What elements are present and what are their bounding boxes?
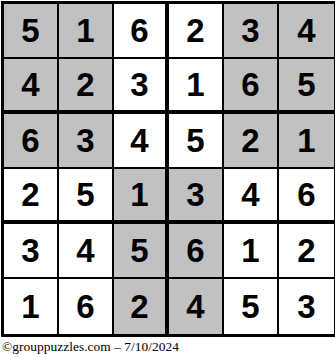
- cell-r3c1: 6: [4, 114, 59, 169]
- cell-r3c3: 4: [114, 114, 169, 169]
- cell-r4c5: 4: [224, 169, 279, 224]
- cell-r6c5: 5: [224, 279, 279, 334]
- cell-r5c4: 6: [169, 224, 224, 279]
- cell-r1c2: 1: [59, 4, 114, 59]
- cell-r2c3: 3: [114, 59, 169, 114]
- cell-r1c3: 6: [114, 4, 169, 59]
- cell-r4c1: 2: [4, 169, 59, 224]
- cell-r3c4: 5: [169, 114, 224, 169]
- cell-r5c6: 2: [279, 224, 334, 279]
- cell-r2c1: 4: [4, 59, 59, 114]
- cell-r5c3: 5: [114, 224, 169, 279]
- cell-r2c2: 2: [59, 59, 114, 114]
- cell-r1c4: 2: [169, 4, 224, 59]
- cell-r5c1: 3: [4, 224, 59, 279]
- cell-r6c2: 6: [59, 279, 114, 334]
- copyright-credit: ©grouppuzzles.com – 7/10/2024: [2, 339, 179, 355]
- cell-r6c1: 1: [4, 279, 59, 334]
- cell-r4c6: 6: [279, 169, 334, 224]
- cell-r6c3: 2: [114, 279, 169, 334]
- cell-r5c5: 1: [224, 224, 279, 279]
- sudoku-board: 516234423165634521251346345612162453: [1, 1, 335, 337]
- cell-r6c6: 3: [279, 279, 334, 334]
- cell-r3c2: 3: [59, 114, 114, 169]
- cell-r1c6: 4: [279, 4, 334, 59]
- cell-r3c5: 2: [224, 114, 279, 169]
- cell-r2c6: 5: [279, 59, 334, 114]
- cell-r3c6: 1: [279, 114, 334, 169]
- cell-r5c2: 4: [59, 224, 114, 279]
- sudoku-page: 516234423165634521251346345612162453 ©gr…: [0, 0, 335, 357]
- cell-r4c2: 5: [59, 169, 114, 224]
- cell-r4c4: 3: [169, 169, 224, 224]
- cell-r4c3: 1: [114, 169, 169, 224]
- cell-r1c1: 5: [4, 4, 59, 59]
- cell-r2c5: 6: [224, 59, 279, 114]
- cell-r6c4: 4: [169, 279, 224, 334]
- cell-r2c4: 1: [169, 59, 224, 114]
- cell-r1c5: 3: [224, 4, 279, 59]
